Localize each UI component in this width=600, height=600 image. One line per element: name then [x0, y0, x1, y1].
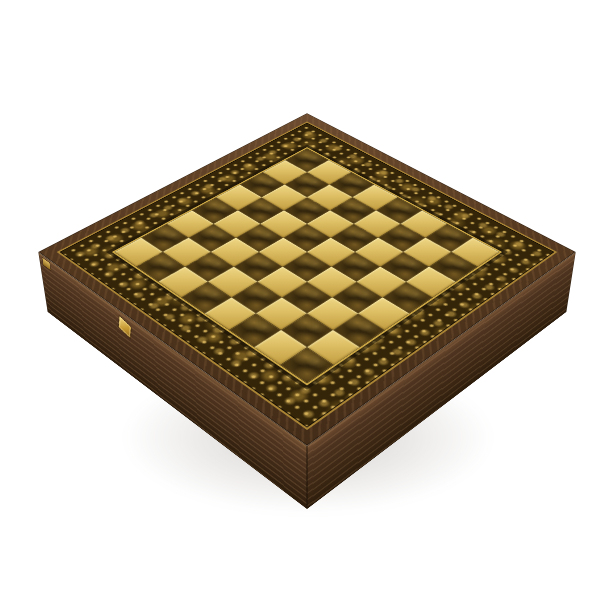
gold-pawn-glyph: ♟: [308, 174, 334, 202]
brass-hinge-icon: [42, 258, 50, 270]
silver-rook-glyph: ♜: [278, 333, 313, 372]
square-a8: ♜: [451, 238, 499, 267]
brass-clasp-icon: [119, 316, 131, 338]
gold-pawn-glyph: ♟: [355, 200, 381, 229]
gold-pawn-glyph: ♟: [430, 242, 457, 273]
product-photo-scene: ♜♞♝♚♛♝♞♜♟♟♟♟♟♟♟♟♟♟♟♟♟♟♟♟♜♞♝♚♛♝♞♜: [0, 0, 600, 600]
square-c4: [307, 267, 357, 298]
perspective-wrap: ♜♞♝♚♛♝♞♜♟♟♟♟♟♟♟♟♟♟♟♟♟♟♟♟♜♞♝♚♛♝♞♜: [117, 62, 497, 442]
brass-board-plate-with-engraved-border: ♜♞♝♚♛♝♞♜♟♟♟♟♟♟♟♟♟♟♟♟♟♟♟♟♜♞♝♚♛♝♞♜: [57, 121, 558, 430]
gold-pawn-glyph: ♟: [404, 228, 431, 258]
gold-pawn-glyph: ♟: [379, 214, 406, 244]
gold-pawn-glyph: ♟: [285, 162, 310, 190]
walnut-lid-frame: ♜♞♝♚♛♝♞♜♟♟♟♟♟♟♟♟♟♟♟♟♟♟♟♟♜♞♝♚♛♝♞♜: [38, 113, 575, 445]
chess-case: ♜♞♝♚♛♝♞♜♟♟♟♟♟♟♟♟♟♟♟♟♟♟♟♟♜♞♝♚♛♝♞♜: [38, 113, 575, 445]
gold-pawn-glyph: ♟: [331, 187, 357, 216]
square-e5: [283, 224, 330, 252]
